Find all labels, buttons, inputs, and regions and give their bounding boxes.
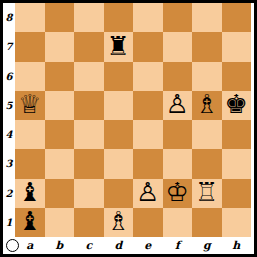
square-b4[interactable] [45, 120, 75, 149]
square-e5[interactable] [133, 91, 163, 120]
square-g4[interactable] [192, 120, 222, 149]
square-a4[interactable] [15, 120, 45, 149]
square-a5[interactable]: ♕ [15, 91, 45, 120]
rank-label-5: 5 [3, 91, 15, 120]
square-h8[interactable] [222, 3, 252, 32]
file-label-e: e [133, 237, 163, 254]
square-f8[interactable] [163, 3, 193, 32]
square-d3[interactable] [104, 149, 134, 178]
square-b6[interactable] [45, 62, 75, 91]
square-d6[interactable] [104, 62, 134, 91]
square-d7[interactable]: ♜ [104, 32, 134, 61]
rank-label-7: 7 [3, 32, 15, 61]
square-h2[interactable] [222, 179, 252, 208]
file-label-h: h [222, 237, 252, 254]
black-bishop[interactable]: ♝ [18, 208, 41, 234]
square-c5[interactable] [74, 91, 104, 120]
square-g6[interactable] [192, 62, 222, 91]
square-b5[interactable] [45, 91, 75, 120]
white-queen[interactable]: ♕ [18, 91, 41, 117]
square-b7[interactable] [45, 32, 75, 61]
square-f7[interactable] [163, 32, 193, 61]
square-b3[interactable] [45, 149, 75, 178]
square-b1[interactable] [45, 208, 75, 237]
square-c1[interactable] [74, 208, 104, 237]
white-pawn[interactable]: ♙ [166, 91, 189, 117]
square-f5[interactable]: ♙ [163, 91, 193, 120]
square-g2[interactable]: ♖ [192, 179, 222, 208]
square-c2[interactable] [74, 179, 104, 208]
square-g8[interactable] [192, 3, 222, 32]
square-g1[interactable] [192, 208, 222, 237]
black-king[interactable]: ♚ [225, 91, 248, 117]
file-label-c: c [74, 237, 104, 254]
rank-label-4: 4 [3, 120, 15, 149]
square-c6[interactable] [74, 62, 104, 91]
square-c7[interactable] [74, 32, 104, 61]
square-d8[interactable] [104, 3, 134, 32]
square-f2[interactable]: ♔ [163, 179, 193, 208]
square-a3[interactable] [15, 149, 45, 178]
square-h6[interactable] [222, 62, 252, 91]
square-f3[interactable] [163, 149, 193, 178]
square-c8[interactable] [74, 3, 104, 32]
square-d2[interactable] [104, 179, 134, 208]
chess-board: ♜♕♙♗♚♝♙♔♖♝♗ [15, 3, 251, 237]
square-h1[interactable] [222, 208, 252, 237]
white-pawn[interactable]: ♙ [136, 179, 159, 205]
file-label-g: g [192, 237, 222, 254]
square-a2[interactable]: ♝ [15, 179, 45, 208]
file-label-d: d [104, 237, 134, 254]
square-e6[interactable] [133, 62, 163, 91]
square-b8[interactable] [45, 3, 75, 32]
square-e7[interactable] [133, 32, 163, 61]
square-d5[interactable] [104, 91, 134, 120]
square-f1[interactable] [163, 208, 193, 237]
square-e4[interactable] [133, 120, 163, 149]
black-rook[interactable]: ♜ [107, 33, 130, 59]
rank-label-6: 6 [3, 62, 15, 91]
square-b2[interactable] [45, 179, 75, 208]
square-f4[interactable] [163, 120, 193, 149]
square-a1[interactable]: ♝ [15, 208, 45, 237]
square-a6[interactable] [15, 62, 45, 91]
square-g3[interactable] [192, 149, 222, 178]
square-d1[interactable]: ♗ [104, 208, 134, 237]
file-label-b: b [45, 237, 75, 254]
rank-label-3: 3 [3, 149, 15, 178]
square-f6[interactable] [163, 62, 193, 91]
square-a8[interactable] [15, 3, 45, 32]
square-e2[interactable]: ♙ [133, 179, 163, 208]
square-g5[interactable]: ♗ [192, 91, 222, 120]
rank-label-8: 8 [3, 3, 15, 32]
square-c3[interactable] [74, 149, 104, 178]
square-e3[interactable] [133, 149, 163, 178]
square-c4[interactable] [74, 120, 104, 149]
white-rook[interactable]: ♖ [195, 179, 218, 205]
chess-diagram: 87654321 ♜♕♙♗♚♝♙♔♖♝♗ abcdefgh [0, 0, 257, 257]
white-king[interactable]: ♔ [166, 179, 189, 205]
square-e8[interactable] [133, 3, 163, 32]
file-labels: abcdefgh [15, 237, 251, 254]
file-label-f: f [163, 237, 193, 254]
square-g7[interactable] [192, 32, 222, 61]
rank-label-2: 2 [3, 179, 15, 208]
square-d4[interactable] [104, 120, 134, 149]
square-e1[interactable] [133, 208, 163, 237]
rank-label-1: 1 [3, 208, 15, 237]
square-h4[interactable] [222, 120, 252, 149]
rank-labels: 87654321 [3, 3, 15, 237]
square-h7[interactable] [222, 32, 252, 61]
square-h3[interactable] [222, 149, 252, 178]
white-bishop[interactable]: ♗ [107, 208, 130, 234]
square-h5[interactable]: ♚ [222, 91, 252, 120]
white-bishop[interactable]: ♗ [195, 91, 218, 117]
file-label-a: a [15, 237, 45, 254]
square-a7[interactable] [15, 32, 45, 61]
black-bishop[interactable]: ♝ [18, 179, 41, 205]
bottom-margin: abcdefgh [3, 237, 254, 254]
